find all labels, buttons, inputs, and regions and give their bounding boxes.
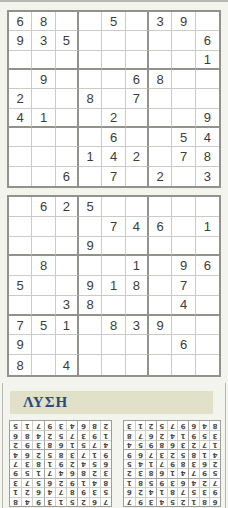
cell-r5c9: 5: [124, 459, 135, 468]
cell-r6c7: 7: [145, 449, 156, 458]
cell-r4c2: 8: [32, 256, 55, 276]
cell-r3c6: 6: [44, 478, 55, 487]
cell-r6c5: 2: [102, 109, 125, 128]
cell-r8c2: [32, 335, 55, 355]
cell-r1c3: 2: [77, 497, 88, 506]
cell-r8c1: 1: [100, 430, 111, 439]
cell-r5c2: [32, 276, 55, 296]
cell-r1c3: [56, 12, 79, 31]
cell-r7c4: 3: [177, 440, 188, 449]
cell-r5c1: 6: [100, 459, 111, 468]
cell-r5c5: [102, 89, 125, 108]
cell-r2c8: 2: [21, 487, 32, 496]
cell-r9c1: [9, 167, 32, 186]
cell-r6c6: 5: [44, 449, 55, 458]
cell-r5c4: 8: [177, 459, 188, 468]
cell-r5c9: [196, 276, 219, 296]
cell-r5c4: 8: [79, 89, 102, 108]
cell-r6c1: 9: [100, 449, 111, 458]
cell-r1c8: [172, 197, 195, 217]
cell-r8c7: 6: [145, 430, 156, 439]
cell-r6c8: 6: [21, 449, 32, 458]
cell-r3c3: [56, 237, 79, 257]
cell-r7c6: 3: [126, 316, 149, 336]
cell-r7c9: 4: [196, 128, 219, 147]
cell-r6c5: 8: [55, 449, 66, 458]
cell-r3c4: 6: [177, 478, 188, 487]
cell-r9c7: 2: [145, 421, 156, 430]
cell-r8c7: [149, 335, 172, 355]
cell-r6c2: 1: [199, 449, 210, 458]
cell-r8c4: 7: [66, 430, 77, 439]
cell-r9c8: 1: [21, 421, 32, 430]
cell-r5c2: [32, 89, 55, 108]
cell-r9c8: [172, 355, 195, 375]
cell-r5c1: 2: [9, 89, 32, 108]
cell-r4c8: 9: [172, 256, 195, 276]
cell-r8c8: 7: [172, 147, 195, 166]
cell-r2c9: 6: [196, 31, 219, 50]
cell-r2c9: 1: [196, 217, 219, 237]
cell-r9c2: [32, 167, 55, 186]
cell-r1c1: 7: [100, 497, 111, 506]
cell-r4c5: [102, 70, 125, 89]
cell-r4c7: 1: [32, 468, 43, 477]
cell-r6c9: 9: [124, 449, 135, 458]
cell-r1c8: 4: [21, 497, 32, 506]
cell-r9c2: 8: [89, 421, 100, 430]
cell-r7c4: [79, 128, 102, 147]
cell-r1c5: 1: [55, 497, 66, 506]
cell-r2c7: [149, 31, 172, 50]
cell-r9c4: 9: [177, 421, 188, 430]
cell-r6c9: 4: [10, 449, 21, 458]
cell-r3c4: 9: [79, 237, 102, 257]
cell-r4c9: 9: [10, 468, 21, 477]
cell-r7c9: 2: [10, 440, 21, 449]
cell-r1c5: [102, 197, 125, 217]
cell-r6c7: 2: [32, 449, 43, 458]
cell-r5c7: 8: [32, 459, 43, 468]
cell-r4c3: [56, 256, 79, 276]
cell-r9c5: 7: [102, 167, 125, 186]
cell-r6c5: 2: [167, 449, 178, 458]
cell-r5c7: [149, 276, 172, 296]
cell-r9c6: [126, 167, 149, 186]
cell-r8c5: 4: [102, 147, 125, 166]
cell-r8c8: 7: [135, 430, 146, 439]
cell-r2c1: [9, 217, 32, 237]
cell-r7c5: 8: [102, 316, 125, 336]
cell-r4c4: [79, 256, 102, 276]
cell-r9c9: [196, 355, 219, 375]
cell-r2c3: 5: [56, 31, 79, 50]
cell-r1c9: 8: [10, 497, 21, 506]
cell-r8c8: 8: [21, 430, 32, 439]
cell-r5c8: 7: [172, 276, 195, 296]
cell-r9c6: 5: [156, 421, 167, 430]
cell-r5c6: 7: [126, 89, 149, 108]
cell-r7c3: 1: [56, 316, 79, 336]
cell-r3c3: 4: [188, 478, 199, 487]
cell-r6c8: [172, 109, 195, 128]
cell-r2c9: 1: [10, 487, 21, 496]
cell-r9c4: 4: [66, 421, 77, 430]
cell-r7c5: 6: [102, 128, 125, 147]
cell-r9c2: [32, 355, 55, 375]
cell-r4c3: [56, 70, 79, 89]
cell-r6c5: [102, 296, 125, 316]
cell-r1c7: 9: [32, 497, 43, 506]
cell-r4c8: 3: [135, 468, 146, 477]
cell-r6c2: 1: [89, 449, 100, 458]
cell-r8c3: [56, 335, 79, 355]
cell-r2c6: 4: [44, 487, 55, 496]
cell-r3c2: 4: [89, 478, 100, 487]
cell-r3c4: 9: [66, 478, 77, 487]
cell-r8c7: 4: [32, 430, 43, 439]
cell-r1c2: 6: [89, 497, 100, 506]
cell-r3c3: 1: [77, 478, 88, 487]
cell-r4c7: [149, 256, 172, 276]
cell-r4c2: 9: [32, 70, 55, 89]
cell-r5c5: 1: [102, 276, 125, 296]
cell-r9c4: [79, 167, 102, 186]
cell-r7c7: 9: [145, 440, 156, 449]
cell-r9c6: 9: [44, 421, 55, 430]
cell-r1c9: [196, 197, 219, 217]
cell-r1c6: [126, 197, 149, 217]
cell-r1c7: 3: [145, 497, 156, 506]
cell-r6c9: [196, 296, 219, 316]
cell-r1c1: [9, 197, 32, 217]
cell-r3c5: [102, 51, 125, 70]
cell-r3c7: [149, 51, 172, 70]
cell-r8c4: 1: [79, 147, 102, 166]
page-edge-right: [225, 383, 226, 508]
cell-r8c8: 6: [172, 335, 195, 355]
cell-r2c7: 6: [149, 217, 172, 237]
cell-r1c2: 8: [199, 497, 210, 506]
cell-r5c4: 9: [79, 276, 102, 296]
cell-r5c2: 5: [89, 459, 100, 468]
cell-r1c5: 5: [167, 497, 178, 506]
cell-r1c1: 6: [9, 12, 32, 31]
cell-r3c8: [172, 51, 195, 70]
solutions-header-bar: ΛΥΣΗ: [10, 391, 213, 414]
cell-r6c2: 1: [32, 109, 55, 128]
cell-r4c9: 2: [124, 468, 135, 477]
cell-r5c3: 4: [77, 459, 88, 468]
cell-r7c7: 9: [149, 316, 172, 336]
cell-r3c1: [9, 237, 32, 257]
cell-r9c3: 4: [56, 355, 79, 375]
cell-r7c1: 4: [100, 440, 111, 449]
cell-r8c3: [56, 147, 79, 166]
cell-r4c8: [172, 70, 195, 89]
cell-r7c3: [56, 128, 79, 147]
cell-r7c6: 8: [44, 440, 55, 449]
cell-r3c9: [196, 237, 219, 257]
cell-r5c3: 3: [188, 459, 199, 468]
cell-r9c3: 6: [77, 421, 88, 430]
cell-r8c3: 3: [77, 430, 88, 439]
cell-r9c7: 2: [149, 167, 172, 186]
cell-r3c2: [32, 51, 55, 70]
cell-r8c6: [126, 335, 149, 355]
cell-r3c2: [32, 237, 55, 257]
cell-r7c2: 7: [199, 440, 210, 449]
cell-r8c1: 3: [209, 430, 220, 439]
cell-r2c6: 4: [126, 217, 149, 237]
cell-r8c3: 9: [188, 430, 199, 439]
cell-r1c8: 9: [135, 497, 146, 506]
cell-r2c8: [172, 31, 195, 50]
cell-r1c5: 5: [102, 12, 125, 31]
cell-r1c7: [149, 197, 172, 217]
cell-r2c2: [32, 217, 55, 237]
sudoku-grid-top: 68539935619682874129654142786723: [7, 10, 221, 188]
cell-r5c5: 9: [55, 459, 66, 468]
cell-r1c2: 8: [32, 12, 55, 31]
cell-r1c4: 5: [66, 497, 77, 506]
cell-r4c4: 4: [177, 468, 188, 477]
cell-r4c7: 8: [149, 70, 172, 89]
cell-r4c6: 1: [126, 256, 149, 276]
cell-r2c3: 9: [77, 487, 88, 496]
cell-r9c2: 4: [199, 421, 210, 430]
cell-r3c7: [149, 237, 172, 257]
cell-r5c9: [196, 89, 219, 108]
cell-r7c2: [32, 128, 55, 147]
cell-r2c5: 7: [55, 487, 66, 496]
cell-r7c3: 5: [77, 440, 88, 449]
cell-r2c2: 3: [89, 487, 100, 496]
cell-r3c7: 5: [32, 478, 43, 487]
cell-r8c2: 5: [199, 430, 210, 439]
cell-r8c5: 4: [167, 430, 178, 439]
page-edge-left: [2, 383, 3, 508]
cell-r1c6: 3: [44, 497, 55, 506]
cell-r2c6: 1: [156, 487, 167, 496]
cell-r4c2: 9: [199, 468, 210, 477]
cell-r8c9: [196, 335, 219, 355]
cell-r9c1: 8: [209, 421, 220, 430]
cell-r2c5: [102, 31, 125, 50]
cell-r3c6: [126, 237, 149, 257]
cell-r4c3: 7: [188, 468, 199, 477]
cell-r2c4: [79, 217, 102, 237]
cell-r6c7: [149, 296, 172, 316]
cell-r9c9: 3: [124, 421, 135, 430]
cell-r3c7: 5: [145, 478, 156, 487]
cell-r6c4: [79, 109, 102, 128]
sudoku-page: 68539935619682874129654142786723 6257461…: [0, 0, 228, 508]
cell-r8c2: [32, 147, 55, 166]
cell-r9c5: 3: [55, 421, 66, 430]
cell-r3c6: 9: [156, 478, 167, 487]
cell-r2c8: 2: [135, 487, 146, 496]
cell-r6c7: [149, 109, 172, 128]
cell-r4c6: 6: [156, 468, 167, 477]
cell-r2c2: 3: [32, 31, 55, 50]
cell-r4c6: 7: [44, 468, 55, 477]
cell-r1c6: 4: [156, 497, 167, 506]
cell-r6c3: 8: [188, 449, 199, 458]
cell-r6c9: 9: [196, 109, 219, 128]
solutions-heading: ΛΥΣΗ: [10, 394, 68, 411]
cell-r3c1: 8: [100, 478, 111, 487]
cell-r3c9: 1: [196, 51, 219, 70]
solution-grid-bottom-puzzle: 7625139485398746218419265733286471596542…: [9, 420, 112, 507]
cell-r4c5: [102, 256, 125, 276]
cell-r6c1: 4: [9, 109, 32, 128]
cell-r4c6: 6: [126, 70, 149, 89]
cell-r7c5: 6: [55, 440, 66, 449]
cell-r7c8: [172, 316, 195, 336]
cell-r9c1: 8: [9, 355, 32, 375]
cell-r9c1: 2: [100, 421, 111, 430]
cell-r6c6: [126, 296, 149, 316]
cell-r6c3: 7: [77, 449, 88, 458]
cell-r1c4: 5: [79, 197, 102, 217]
cell-r3c4: [79, 51, 102, 70]
cell-r7c2: 5: [32, 316, 55, 336]
cell-r2c3: [56, 217, 79, 237]
cell-r1c8: 9: [172, 12, 195, 31]
cell-r9c3: 6: [56, 167, 79, 186]
cell-r8c5: 5: [55, 430, 66, 439]
cell-r4c1: [9, 70, 32, 89]
cell-r9c9: 3: [196, 167, 219, 186]
cell-r6c4: 8: [79, 296, 102, 316]
cell-r8c2: 9: [89, 430, 100, 439]
cell-r5c6: 7: [156, 459, 167, 468]
cell-r3c6: [126, 51, 149, 70]
cell-r4c1: [9, 256, 32, 276]
cell-r8c4: 1: [177, 430, 188, 439]
cell-r8c5: [102, 335, 125, 355]
cell-r6c6: [126, 109, 149, 128]
cell-r3c5: [102, 237, 125, 257]
cell-r1c4: [79, 12, 102, 31]
cell-r6c1: [9, 296, 32, 316]
cell-r9c4: [79, 355, 102, 375]
cell-r7c9: 4: [124, 440, 135, 449]
cell-r4c1: 5: [209, 468, 220, 477]
cell-r3c8: 8: [135, 478, 146, 487]
cell-r2c7: 6: [32, 487, 43, 496]
cell-r1c2: 6: [32, 197, 55, 217]
solution-grid-top-puzzle: 6812543979357814267246395815974168322638…: [123, 420, 221, 507]
cell-r9c7: 7: [32, 421, 43, 430]
cell-r2c4: 7: [177, 487, 188, 496]
cell-r7c6: 8: [156, 440, 167, 449]
cell-r6c3: 3: [56, 296, 79, 316]
cell-r5c8: 4: [135, 459, 146, 468]
cell-r5c8: [172, 89, 195, 108]
cell-r1c7: 3: [149, 12, 172, 31]
cell-r8c1: [9, 147, 32, 166]
cell-r7c8: 9: [21, 440, 32, 449]
cell-r5c8: 3: [21, 459, 32, 468]
cell-r6c3: [56, 109, 79, 128]
cell-r1c6: [126, 12, 149, 31]
cell-r2c6: [126, 31, 149, 50]
cell-r7c6: [126, 128, 149, 147]
cell-r5c9: 7: [10, 459, 21, 468]
cell-r3c9: 1: [124, 478, 135, 487]
cell-r7c7: 3: [32, 440, 43, 449]
cell-r2c1: 5: [100, 487, 111, 496]
cell-r6c1: 4: [209, 449, 220, 458]
cell-r9c8: 1: [135, 421, 146, 430]
cell-r7c8: 5: [135, 440, 146, 449]
cell-r7c7: [149, 128, 172, 147]
cell-r2c5: 8: [167, 487, 178, 496]
cell-r5c7: [149, 89, 172, 108]
cell-r9c5: 7: [167, 421, 178, 430]
cell-r9c7: [149, 355, 172, 375]
cell-r2c9: 6: [124, 487, 135, 496]
cell-r9c5: [102, 355, 125, 375]
cell-r4c3: 8: [77, 468, 88, 477]
cell-r5c3: [56, 89, 79, 108]
cell-r8c9: 8: [124, 430, 135, 439]
cell-r1c9: 7: [124, 497, 135, 506]
cell-r3c5: 2: [55, 478, 66, 487]
cell-r2c1: 9: [209, 487, 220, 496]
cell-r3c1: 7: [209, 478, 220, 487]
cell-r5c1: 5: [9, 276, 32, 296]
cell-r4c9: 6: [196, 256, 219, 276]
cell-r7c9: [196, 316, 219, 336]
cell-r9c3: 6: [188, 421, 199, 430]
cell-r3c2: 2: [199, 478, 210, 487]
cell-r5c5: 9: [167, 459, 178, 468]
cell-r4c4: 6: [66, 468, 77, 477]
cell-r2c1: 9: [9, 31, 32, 50]
cell-r3c3: [56, 51, 79, 70]
sudoku-grid-bottom: 625746198196591873847518399684: [7, 195, 221, 377]
cell-r5c6: 1: [44, 459, 55, 468]
cell-r1c3: 2: [56, 197, 79, 217]
cell-r3c9: 3: [10, 478, 21, 487]
cell-r5c1: 2: [209, 459, 220, 468]
cell-r2c5: 7: [102, 217, 125, 237]
cell-r9c8: [172, 167, 195, 186]
cell-r5c4: 2: [66, 459, 77, 468]
cell-r9c6: [126, 355, 149, 375]
cell-r8c7: [149, 147, 172, 166]
cell-r7c1: [9, 128, 32, 147]
cell-r1c9: [196, 12, 219, 31]
cell-r4c9: [196, 70, 219, 89]
cell-r6c6: 3: [156, 449, 167, 458]
cell-r3c5: 3: [167, 478, 178, 487]
cell-r6c2: [32, 296, 55, 316]
cell-r7c8: 5: [172, 128, 195, 147]
cell-r8c6: 2: [44, 430, 55, 439]
cell-r8c6: 2: [156, 430, 167, 439]
cell-r4c7: 8: [145, 468, 156, 477]
cell-r7c1: 7: [9, 316, 32, 336]
cell-r7c4: [79, 316, 102, 336]
cell-r7c3: 2: [188, 440, 199, 449]
cell-r1c3: 1: [188, 497, 199, 506]
cell-r4c8: 5: [21, 468, 32, 477]
cell-r6c4: 3: [66, 449, 77, 458]
